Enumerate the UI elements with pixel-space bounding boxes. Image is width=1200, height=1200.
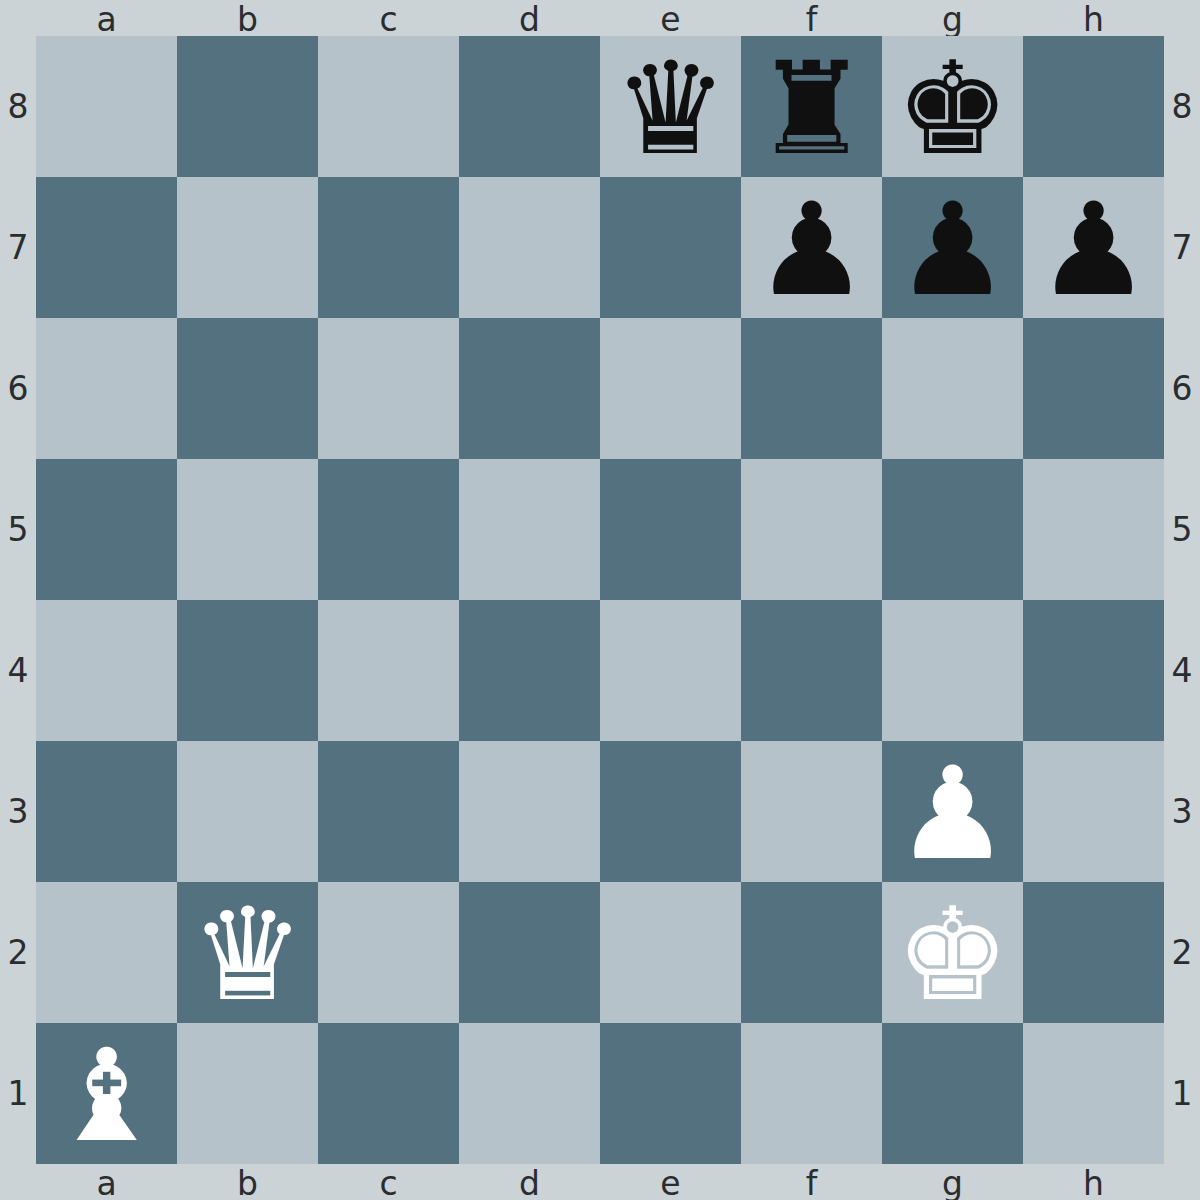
file-labels-bottom: abcdefgh (36, 1164, 1164, 1200)
file-label-b: b (177, 1164, 318, 1200)
rank-label-5: 5 (1164, 459, 1200, 600)
square-c4[interactable] (318, 600, 459, 741)
square-d1[interactable] (459, 1023, 600, 1164)
square-a4[interactable] (36, 600, 177, 741)
white-king[interactable]: ♚ (895, 891, 1010, 1019)
square-f5[interactable] (741, 459, 882, 600)
square-a7[interactable] (36, 177, 177, 318)
chess-board: ♛♜♚♟♟♟♟♛♚♝ (36, 36, 1164, 1164)
file-label-c: c (318, 1164, 459, 1200)
black-rook[interactable]: ♜ (754, 45, 869, 173)
square-g5[interactable] (882, 459, 1023, 600)
rank-labels-left: 87654321 (0, 36, 36, 1164)
square-d5[interactable] (459, 459, 600, 600)
square-d6[interactable] (459, 318, 600, 459)
square-b2[interactable]: ♛ (177, 882, 318, 1023)
file-label-a: a (36, 0, 177, 39)
chess-diagram: abcdefgh abcdefgh 87654321 87654321 ♛♜♚♟… (0, 0, 1200, 1200)
rank-label-2: 2 (0, 882, 36, 1023)
square-c3[interactable] (318, 741, 459, 882)
black-pawn[interactable]: ♟ (754, 186, 869, 314)
black-pawn[interactable]: ♟ (1036, 186, 1151, 314)
white-queen[interactable]: ♛ (190, 891, 305, 1019)
square-d7[interactable] (459, 177, 600, 318)
file-label-h: h (1023, 0, 1164, 39)
rank-label-4: 4 (1164, 600, 1200, 741)
square-f3[interactable] (741, 741, 882, 882)
rank-label-4: 4 (0, 600, 36, 741)
square-h3[interactable] (1023, 741, 1164, 882)
square-f4[interactable] (741, 600, 882, 741)
square-b7[interactable] (177, 177, 318, 318)
square-d8[interactable] (459, 36, 600, 177)
square-g6[interactable] (882, 318, 1023, 459)
black-queen[interactable]: ♛ (613, 45, 728, 173)
rank-label-3: 3 (1164, 741, 1200, 882)
rank-label-5: 5 (0, 459, 36, 600)
square-e8[interactable]: ♛ (600, 36, 741, 177)
square-e2[interactable] (600, 882, 741, 1023)
rank-label-2: 2 (1164, 882, 1200, 1023)
square-h7[interactable]: ♟ (1023, 177, 1164, 318)
square-f2[interactable] (741, 882, 882, 1023)
square-g8[interactable]: ♚ (882, 36, 1023, 177)
rank-label-6: 6 (0, 318, 36, 459)
rank-labels-right: 87654321 (1164, 36, 1200, 1164)
square-g2[interactable]: ♚ (882, 882, 1023, 1023)
square-h8[interactable] (1023, 36, 1164, 177)
square-f7[interactable]: ♟ (741, 177, 882, 318)
black-pawn[interactable]: ♟ (895, 186, 1010, 314)
file-label-d: d (459, 1164, 600, 1200)
square-c7[interactable] (318, 177, 459, 318)
square-e5[interactable] (600, 459, 741, 600)
square-c2[interactable] (318, 882, 459, 1023)
square-h4[interactable] (1023, 600, 1164, 741)
square-g7[interactable]: ♟ (882, 177, 1023, 318)
square-h6[interactable] (1023, 318, 1164, 459)
square-h2[interactable] (1023, 882, 1164, 1023)
file-label-e: e (600, 1164, 741, 1200)
square-g4[interactable] (882, 600, 1023, 741)
square-b6[interactable] (177, 318, 318, 459)
square-a1[interactable]: ♝ (36, 1023, 177, 1164)
square-e7[interactable] (600, 177, 741, 318)
file-label-d: d (459, 0, 600, 39)
square-a5[interactable] (36, 459, 177, 600)
rank-label-1: 1 (1164, 1023, 1200, 1164)
rank-label-8: 8 (1164, 36, 1200, 177)
rank-label-8: 8 (0, 36, 36, 177)
rank-label-1: 1 (0, 1023, 36, 1164)
square-f1[interactable] (741, 1023, 882, 1164)
square-h1[interactable] (1023, 1023, 1164, 1164)
file-labels-top: abcdefgh (36, 0, 1164, 36)
square-d2[interactable] (459, 882, 600, 1023)
square-b1[interactable] (177, 1023, 318, 1164)
square-e1[interactable] (600, 1023, 741, 1164)
rank-label-7: 7 (1164, 177, 1200, 318)
rank-label-6: 6 (1164, 318, 1200, 459)
square-a8[interactable] (36, 36, 177, 177)
white-bishop[interactable]: ♝ (49, 1032, 164, 1160)
square-d4[interactable] (459, 600, 600, 741)
square-a6[interactable] (36, 318, 177, 459)
file-label-f: f (741, 1164, 882, 1200)
square-d3[interactable] (459, 741, 600, 882)
square-a2[interactable] (36, 882, 177, 1023)
square-e6[interactable] (600, 318, 741, 459)
square-c8[interactable] (318, 36, 459, 177)
file-label-h: h (1023, 1164, 1164, 1200)
square-h5[interactable] (1023, 459, 1164, 600)
rank-label-7: 7 (0, 177, 36, 318)
rank-label-3: 3 (0, 741, 36, 882)
square-b4[interactable] (177, 600, 318, 741)
square-e4[interactable] (600, 600, 741, 741)
white-pawn[interactable]: ♟ (895, 750, 1010, 878)
square-c5[interactable] (318, 459, 459, 600)
square-e3[interactable] (600, 741, 741, 882)
square-f8[interactable]: ♜ (741, 36, 882, 177)
file-label-c: c (318, 0, 459, 39)
file-label-b: b (177, 0, 318, 39)
square-b5[interactable] (177, 459, 318, 600)
file-label-g: g (882, 1164, 1023, 1200)
square-g3[interactable]: ♟ (882, 741, 1023, 882)
square-b8[interactable] (177, 36, 318, 177)
square-b3[interactable] (177, 741, 318, 882)
square-c1[interactable] (318, 1023, 459, 1164)
square-a3[interactable] (36, 741, 177, 882)
black-king[interactable]: ♚ (895, 45, 1010, 173)
square-c6[interactable] (318, 318, 459, 459)
square-g1[interactable] (882, 1023, 1023, 1164)
square-f6[interactable] (741, 318, 882, 459)
